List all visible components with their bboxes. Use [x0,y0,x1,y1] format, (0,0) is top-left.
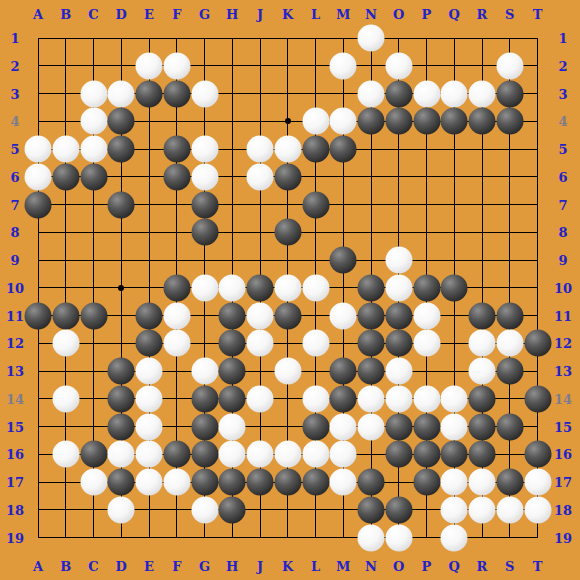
white-stone-H15 [219,413,246,440]
white-stone-M11 [330,302,357,329]
black-stone-M13 [330,358,357,385]
white-stone-G5 [191,136,218,163]
black-stone-E12 [136,330,163,357]
white-stone-J6 [247,163,274,190]
go-board[interactable]: AABBCCDDEEFFGGHHJJKKLLMMNNOOPPQQRRSSTT11… [0,0,580,580]
white-stone-C4 [80,108,107,135]
white-stone-O19 [385,524,412,551]
black-stone-F6 [163,163,190,190]
black-stone-F5 [163,136,190,163]
white-stone-J16 [247,441,274,468]
black-stone-H14 [219,385,246,412]
black-stone-D15 [108,413,135,440]
white-stone-M2 [330,52,357,79]
white-stone-Q3 [441,80,468,107]
white-stone-B12 [52,330,79,357]
white-stone-Q17 [441,469,468,496]
black-stone-E11 [136,302,163,329]
white-stone-L12 [302,330,329,357]
black-stone-C11 [80,302,107,329]
white-stone-E14 [136,385,163,412]
white-stone-D18 [108,496,135,523]
black-stone-Q16 [441,441,468,468]
white-stone-O9 [385,247,412,274]
black-stone-L7 [302,191,329,218]
black-stone-N13 [358,358,385,385]
white-stone-E13 [136,358,163,385]
white-stone-R3 [469,80,496,107]
white-stone-E16 [136,441,163,468]
black-stone-S15 [496,413,523,440]
black-stone-G16 [191,441,218,468]
white-stone-G10 [191,274,218,301]
black-stone-L15 [302,413,329,440]
black-stone-H18 [219,496,246,523]
white-stone-N19 [358,524,385,551]
black-stone-T12 [524,330,551,357]
black-stone-D4 [108,108,135,135]
black-stone-D7 [108,191,135,218]
white-stone-L16 [302,441,329,468]
black-stone-B6 [52,163,79,190]
white-stone-S12 [496,330,523,357]
black-stone-S13 [496,358,523,385]
black-stone-G17 [191,469,218,496]
black-stone-D14 [108,385,135,412]
black-stone-D17 [108,469,135,496]
white-stone-J11 [247,302,274,329]
black-stone-P16 [413,441,440,468]
white-stone-N1 [358,25,385,52]
white-stone-N3 [358,80,385,107]
black-stone-O11 [385,302,412,329]
white-stone-H10 [219,274,246,301]
white-stone-G13 [191,358,218,385]
white-stone-T18 [524,496,551,523]
white-stone-O13 [385,358,412,385]
white-stone-G6 [191,163,218,190]
white-stone-C5 [80,136,107,163]
black-stone-H11 [219,302,246,329]
white-stone-K13 [274,358,301,385]
black-stone-P17 [413,469,440,496]
black-stone-N10 [358,274,385,301]
black-stone-T14 [524,385,551,412]
black-stone-P15 [413,413,440,440]
black-stone-C6 [80,163,107,190]
black-stone-F16 [163,441,190,468]
black-stone-R4 [469,108,496,135]
black-stone-E3 [136,80,163,107]
black-stone-N4 [358,108,385,135]
black-stone-G8 [191,219,218,246]
white-stone-A5 [25,136,52,163]
white-stone-N15 [358,413,385,440]
black-stone-D5 [108,136,135,163]
black-stone-N17 [358,469,385,496]
black-stone-O3 [385,80,412,107]
black-stone-O12 [385,330,412,357]
black-stone-G15 [191,413,218,440]
white-stone-G18 [191,496,218,523]
black-stone-M14 [330,385,357,412]
white-stone-F11 [163,302,190,329]
white-stone-M16 [330,441,357,468]
black-stone-L17 [302,469,329,496]
black-stone-G7 [191,191,218,218]
black-stone-H17 [219,469,246,496]
black-stone-M9 [330,247,357,274]
white-stone-L4 [302,108,329,135]
white-stone-F17 [163,469,190,496]
white-stone-F2 [163,52,190,79]
black-stone-P4 [413,108,440,135]
white-stone-M4 [330,108,357,135]
black-stone-K6 [274,163,301,190]
black-stone-R14 [469,385,496,412]
white-stone-E17 [136,469,163,496]
white-stone-T17 [524,469,551,496]
black-stone-J17 [247,469,274,496]
white-stone-C3 [80,80,107,107]
black-stone-S17 [496,469,523,496]
black-stone-O16 [385,441,412,468]
black-stone-H13 [219,358,246,385]
white-stone-A6 [25,163,52,190]
black-stone-O4 [385,108,412,135]
white-stone-P11 [413,302,440,329]
black-stone-R16 [469,441,496,468]
black-stone-Q4 [441,108,468,135]
white-stone-P14 [413,385,440,412]
white-stone-K5 [274,136,301,163]
white-stone-Q18 [441,496,468,523]
white-stone-B14 [52,385,79,412]
black-stone-F3 [163,80,190,107]
black-stone-G14 [191,385,218,412]
black-stone-C16 [80,441,107,468]
white-stone-H16 [219,441,246,468]
black-stone-T16 [524,441,551,468]
stones-layer [0,0,580,580]
white-stone-B16 [52,441,79,468]
white-stone-J14 [247,385,274,412]
white-stone-O2 [385,52,412,79]
white-stone-R18 [469,496,496,523]
white-stone-F12 [163,330,190,357]
white-stone-Q15 [441,413,468,440]
black-stone-M5 [330,136,357,163]
white-stone-S2 [496,52,523,79]
black-stone-L5 [302,136,329,163]
white-stone-J5 [247,136,274,163]
black-stone-R11 [469,302,496,329]
white-stone-Q19 [441,524,468,551]
white-stone-D16 [108,441,135,468]
white-stone-S18 [496,496,523,523]
white-stone-O10 [385,274,412,301]
black-stone-N18 [358,496,385,523]
white-stone-P12 [413,330,440,357]
black-stone-S4 [496,108,523,135]
black-stone-S3 [496,80,523,107]
black-stone-K11 [274,302,301,329]
black-stone-D13 [108,358,135,385]
black-stone-S11 [496,302,523,329]
black-stone-B11 [52,302,79,329]
white-stone-R17 [469,469,496,496]
white-stone-K10 [274,274,301,301]
black-stone-O18 [385,496,412,523]
black-stone-Q10 [441,274,468,301]
white-stone-N14 [358,385,385,412]
black-stone-N12 [358,330,385,357]
white-stone-E2 [136,52,163,79]
black-stone-N11 [358,302,385,329]
white-stone-E15 [136,413,163,440]
black-stone-A7 [25,191,52,218]
black-stone-K8 [274,219,301,246]
white-stone-D3 [108,80,135,107]
white-stone-B5 [52,136,79,163]
white-stone-O14 [385,385,412,412]
white-stone-M17 [330,469,357,496]
black-stone-A11 [25,302,52,329]
black-stone-F10 [163,274,190,301]
white-stone-L10 [302,274,329,301]
white-stone-G3 [191,80,218,107]
black-stone-O15 [385,413,412,440]
black-stone-J10 [247,274,274,301]
white-stone-M15 [330,413,357,440]
white-stone-R13 [469,358,496,385]
black-stone-K17 [274,469,301,496]
black-stone-R15 [469,413,496,440]
white-stone-J12 [247,330,274,357]
white-stone-R12 [469,330,496,357]
white-stone-Q14 [441,385,468,412]
white-stone-K16 [274,441,301,468]
white-stone-P3 [413,80,440,107]
white-stone-L14 [302,385,329,412]
white-stone-C17 [80,469,107,496]
black-stone-P10 [413,274,440,301]
black-stone-H12 [219,330,246,357]
